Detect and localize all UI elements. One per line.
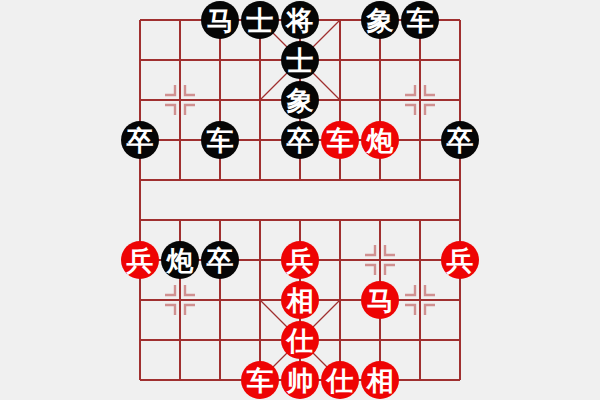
piece-red-elephant[interactable]: 相 [281,281,319,319]
piece-black-elephant[interactable]: 象 [281,81,319,119]
piece-black-soldier[interactable]: 卒 [281,121,319,159]
piece-red-soldier[interactable]: 兵 [121,241,159,279]
piece-black-advisor[interactable]: 士 [241,1,279,39]
piece-black-general[interactable]: 将 [281,1,319,39]
piece-black-advisor[interactable]: 士 [281,41,319,79]
piece-black-soldier[interactable]: 卒 [441,121,479,159]
piece-black-cannon[interactable]: 炮 [161,241,199,279]
piece-red-advisor[interactable]: 仕 [321,361,359,399]
piece-red-horse[interactable]: 马 [361,281,399,319]
piece-red-chariot[interactable]: 车 [241,361,279,399]
piece-red-soldier[interactable]: 兵 [441,241,479,279]
piece-red-soldier[interactable]: 兵 [281,241,319,279]
piece-black-soldier[interactable]: 卒 [201,241,239,279]
piece-red-cannon[interactable]: 炮 [361,121,399,159]
piece-black-chariot[interactable]: 车 [401,1,439,39]
piece-black-elephant[interactable]: 象 [361,1,399,39]
piece-red-elephant[interactable]: 相 [361,361,399,399]
piece-black-horse[interactable]: 马 [201,1,239,39]
piece-black-chariot[interactable]: 车 [201,121,239,159]
piece-red-advisor[interactable]: 仕 [281,321,319,359]
piece-red-chariot[interactable]: 车 [321,121,359,159]
piece-red-general[interactable]: 帅 [281,361,319,399]
piece-black-soldier[interactable]: 卒 [121,121,159,159]
xiangqi-board-screen: 马士将象车士象卒车卒卒车炮兵炮卒兵兵相马仕车帅仕相 [0,0,600,400]
